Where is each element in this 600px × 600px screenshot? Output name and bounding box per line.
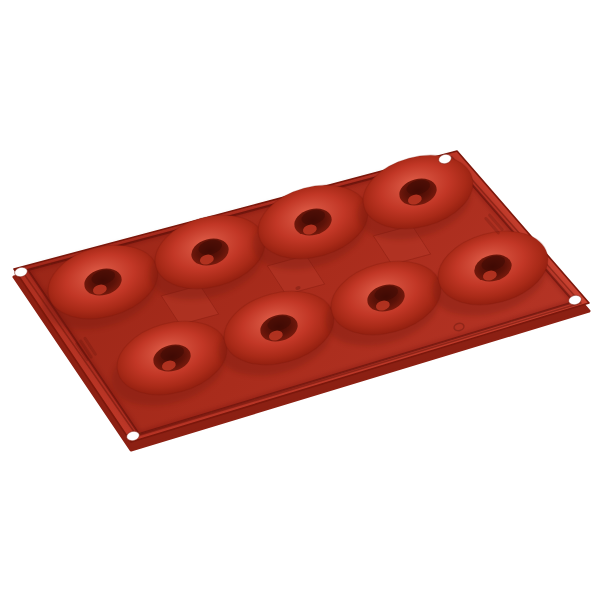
product-photo — [0, 0, 600, 600]
silicone-mould-image — [0, 0, 600, 600]
